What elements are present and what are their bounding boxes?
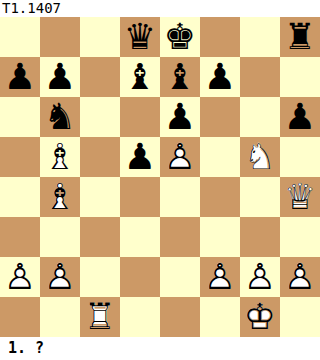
square-d4[interactable] <box>120 177 160 217</box>
piece-outline-layer: ♙ <box>200 257 240 297</box>
piece-outline-layer: ♙ <box>160 137 200 177</box>
white-knight-piece[interactable]: ♞♘ <box>240 137 280 177</box>
square-c8[interactable] <box>80 17 120 57</box>
square-d6[interactable] <box>120 97 160 137</box>
square-g2[interactable]: ♟♙ <box>240 257 280 297</box>
white-rook-piece[interactable]: ♜♖ <box>80 297 120 337</box>
square-c6[interactable] <box>80 97 120 137</box>
square-h4[interactable]: ♛♕ <box>280 177 320 217</box>
square-b4[interactable]: ♝♗ <box>40 177 80 217</box>
piece-glyph: ♜ <box>280 17 320 57</box>
square-a1[interactable] <box>0 297 40 337</box>
piece-outline-layer: ♙ <box>0 257 40 297</box>
square-d3[interactable] <box>120 217 160 257</box>
square-d2[interactable] <box>120 257 160 297</box>
square-b6[interactable]: ♞ <box>40 97 80 137</box>
piece-outline-layer: ♔ <box>240 297 280 337</box>
white-pawn-piece[interactable]: ♟♙ <box>200 257 240 297</box>
black-queen-piece[interactable]: ♛ <box>120 17 160 57</box>
square-e6[interactable]: ♟ <box>160 97 200 137</box>
puzzle-title: T1.1407 <box>0 0 320 17</box>
square-a8[interactable] <box>0 17 40 57</box>
piece-glyph: ♟ <box>160 97 200 137</box>
piece-outline-layer: ♖ <box>80 297 120 337</box>
chess-board: ♛♚♜♟♟♝♝♟♞♟♟♝♗♟♟♙♞♘♝♗♛♕♟♙♟♙♟♙♟♙♟♙♜♖♚♔ <box>0 17 320 337</box>
white-bishop-piece[interactable]: ♝♗ <box>40 137 80 177</box>
square-b2[interactable]: ♟♙ <box>40 257 80 297</box>
piece-outline-layer: ♙ <box>280 257 320 297</box>
piece-glyph: ♞ <box>40 97 80 137</box>
chess-trainer-window: T1.1407 ♛♚♜♟♟♝♝♟♞♟♟♝♗♟♟♙♞♘♝♗♛♕♟♙♟♙♟♙♟♙♟♙… <box>0 0 320 360</box>
white-pawn-piece[interactable]: ♟♙ <box>280 257 320 297</box>
piece-glyph: ♛ <box>120 17 160 57</box>
square-h7[interactable] <box>280 57 320 97</box>
square-a5[interactable] <box>0 137 40 177</box>
square-d8[interactable]: ♛ <box>120 17 160 57</box>
piece-glyph: ♝ <box>120 57 160 97</box>
white-pawn-piece[interactable]: ♟♙ <box>0 257 40 297</box>
black-pawn-piece[interactable]: ♟ <box>160 97 200 137</box>
square-e7[interactable]: ♝ <box>160 57 200 97</box>
square-g5[interactable]: ♞♘ <box>240 137 280 177</box>
square-b1[interactable] <box>40 297 80 337</box>
square-e2[interactable] <box>160 257 200 297</box>
square-h2[interactable]: ♟♙ <box>280 257 320 297</box>
piece-glyph: ♟ <box>200 57 240 97</box>
square-d1[interactable] <box>120 297 160 337</box>
square-a4[interactable] <box>0 177 40 217</box>
square-b3[interactable] <box>40 217 80 257</box>
piece-glyph: ♚ <box>160 17 200 57</box>
square-a6[interactable] <box>0 97 40 137</box>
square-g7[interactable] <box>240 57 280 97</box>
square-c2[interactable] <box>80 257 120 297</box>
black-rook-piece[interactable]: ♜ <box>280 17 320 57</box>
square-b5[interactable]: ♝♗ <box>40 137 80 177</box>
square-b7[interactable]: ♟ <box>40 57 80 97</box>
black-pawn-piece[interactable]: ♟ <box>40 57 80 97</box>
square-f4[interactable] <box>200 177 240 217</box>
square-e3[interactable] <box>160 217 200 257</box>
square-g3[interactable] <box>240 217 280 257</box>
black-bishop-piece[interactable]: ♝ <box>120 57 160 97</box>
piece-glyph: ♟ <box>280 97 320 137</box>
black-pawn-piece[interactable]: ♟ <box>280 97 320 137</box>
square-f2[interactable]: ♟♙ <box>200 257 240 297</box>
square-g4[interactable] <box>240 177 280 217</box>
square-a3[interactable] <box>0 217 40 257</box>
square-f3[interactable] <box>200 217 240 257</box>
square-e5[interactable]: ♟♙ <box>160 137 200 177</box>
square-c3[interactable] <box>80 217 120 257</box>
square-h5[interactable] <box>280 137 320 177</box>
square-c4[interactable] <box>80 177 120 217</box>
black-pawn-piece[interactable]: ♟ <box>0 57 40 97</box>
square-e1[interactable] <box>160 297 200 337</box>
square-d5[interactable]: ♟ <box>120 137 160 177</box>
piece-outline-layer: ♙ <box>40 257 80 297</box>
square-c1[interactable]: ♜♖ <box>80 297 120 337</box>
square-h3[interactable] <box>280 217 320 257</box>
black-knight-piece[interactable]: ♞ <box>40 97 80 137</box>
square-f5[interactable] <box>200 137 240 177</box>
piece-glyph: ♝ <box>160 57 200 97</box>
white-pawn-piece[interactable]: ♟♙ <box>240 257 280 297</box>
white-bishop-piece[interactable]: ♝♗ <box>40 177 80 217</box>
white-pawn-piece[interactable]: ♟♙ <box>40 257 80 297</box>
white-pawn-piece[interactable]: ♟♙ <box>160 137 200 177</box>
black-pawn-piece[interactable]: ♟ <box>200 57 240 97</box>
square-e4[interactable] <box>160 177 200 217</box>
square-h8[interactable]: ♜ <box>280 17 320 57</box>
piece-outline-layer: ♕ <box>280 177 320 217</box>
piece-glyph: ♟ <box>120 137 160 177</box>
square-c7[interactable] <box>80 57 120 97</box>
black-king-piece[interactable]: ♚ <box>160 17 200 57</box>
square-f8[interactable] <box>200 17 240 57</box>
piece-outline-layer: ♘ <box>240 137 280 177</box>
move-prompt: 1. ? <box>0 337 320 360</box>
square-g8[interactable] <box>240 17 280 57</box>
piece-outline-layer: ♙ <box>240 257 280 297</box>
square-f6[interactable] <box>200 97 240 137</box>
square-c5[interactable] <box>80 137 120 177</box>
piece-glyph: ♟ <box>40 57 80 97</box>
white-king-piece[interactable]: ♚♔ <box>240 297 280 337</box>
square-h1[interactable] <box>280 297 320 337</box>
square-b8[interactable] <box>40 17 80 57</box>
piece-glyph: ♟ <box>0 57 40 97</box>
white-queen-piece[interactable]: ♛♕ <box>280 177 320 217</box>
square-g1[interactable]: ♚♔ <box>240 297 280 337</box>
square-f1[interactable] <box>200 297 240 337</box>
square-f7[interactable]: ♟ <box>200 57 240 97</box>
square-a7[interactable]: ♟ <box>0 57 40 97</box>
black-pawn-piece[interactable]: ♟ <box>120 137 160 177</box>
square-d7[interactable]: ♝ <box>120 57 160 97</box>
square-e8[interactable]: ♚ <box>160 17 200 57</box>
piece-outline-layer: ♗ <box>40 137 80 177</box>
square-g6[interactable] <box>240 97 280 137</box>
piece-outline-layer: ♗ <box>40 177 80 217</box>
black-bishop-piece[interactable]: ♝ <box>160 57 200 97</box>
square-a2[interactable]: ♟♙ <box>0 257 40 297</box>
square-h6[interactable]: ♟ <box>280 97 320 137</box>
